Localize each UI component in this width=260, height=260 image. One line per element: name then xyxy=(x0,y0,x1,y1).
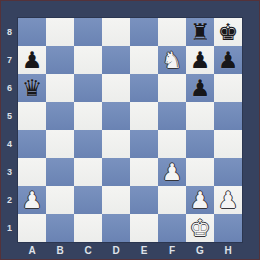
square-g2[interactable]: ♟ xyxy=(186,186,214,214)
square-f7[interactable]: ♞ xyxy=(158,46,186,74)
file-label-f: F xyxy=(158,242,186,260)
square-a7[interactable]: ♟ xyxy=(18,46,46,74)
piece-black-pawn-g7[interactable]: ♟ xyxy=(186,46,214,74)
piece-white-pawn-f3[interactable]: ♟ xyxy=(158,158,186,186)
square-a2[interactable]: ♟ xyxy=(18,186,46,214)
square-c7[interactable] xyxy=(74,46,102,74)
rank-label-8: 8 xyxy=(1,18,18,46)
square-g8[interactable]: ♜ xyxy=(186,18,214,46)
square-c2[interactable] xyxy=(74,186,102,214)
file-label-e: E xyxy=(130,242,158,260)
square-b7[interactable] xyxy=(46,46,74,74)
square-c4[interactable] xyxy=(74,130,102,158)
square-b2[interactable] xyxy=(46,186,74,214)
square-b1[interactable] xyxy=(46,214,74,242)
rank-labels: 87654321 xyxy=(1,18,18,242)
square-b8[interactable] xyxy=(46,18,74,46)
square-e8[interactable] xyxy=(130,18,158,46)
square-e4[interactable] xyxy=(130,130,158,158)
square-d8[interactable] xyxy=(102,18,130,46)
square-h5[interactable] xyxy=(214,102,242,130)
file-label-h: H xyxy=(214,242,242,260)
square-d7[interactable] xyxy=(102,46,130,74)
square-b5[interactable] xyxy=(46,102,74,130)
square-h4[interactable] xyxy=(214,130,242,158)
square-c5[interactable] xyxy=(74,102,102,130)
square-g7[interactable]: ♟ xyxy=(186,46,214,74)
chess-board: ♜♚♟♞♟♟♛♟♟♟♟♟♚ xyxy=(18,18,242,242)
square-a3[interactable] xyxy=(18,158,46,186)
square-f6[interactable] xyxy=(158,74,186,102)
piece-black-king-h8[interactable]: ♚ xyxy=(214,18,242,46)
square-a8[interactable] xyxy=(18,18,46,46)
file-label-c: C xyxy=(74,242,102,260)
square-h7[interactable]: ♟ xyxy=(214,46,242,74)
square-b6[interactable] xyxy=(46,74,74,102)
piece-black-rook-g8[interactable]: ♜ xyxy=(186,18,214,46)
file-labels: ABCDEFGH xyxy=(18,242,242,260)
piece-white-pawn-h2[interactable]: ♟ xyxy=(214,186,242,214)
piece-white-pawn-a2[interactable]: ♟ xyxy=(18,186,46,214)
piece-black-pawn-a7[interactable]: ♟ xyxy=(18,46,46,74)
chess-board-frame: 87654321 ♜♚♟♞♟♟♛♟♟♟♟♟♚ ABCDEFGH xyxy=(0,0,260,260)
square-f8[interactable] xyxy=(158,18,186,46)
square-d5[interactable] xyxy=(102,102,130,130)
square-g6[interactable]: ♟ xyxy=(186,74,214,102)
rank-label-4: 4 xyxy=(1,130,18,158)
file-label-b: B xyxy=(46,242,74,260)
file-label-d: D xyxy=(102,242,130,260)
file-label-a: A xyxy=(18,242,46,260)
square-d6[interactable] xyxy=(102,74,130,102)
square-d2[interactable] xyxy=(102,186,130,214)
square-f2[interactable] xyxy=(158,186,186,214)
square-e2[interactable] xyxy=(130,186,158,214)
square-g3[interactable] xyxy=(186,158,214,186)
rank-label-5: 5 xyxy=(1,102,18,130)
square-d3[interactable] xyxy=(102,158,130,186)
square-d1[interactable] xyxy=(102,214,130,242)
square-d4[interactable] xyxy=(102,130,130,158)
square-e1[interactable] xyxy=(130,214,158,242)
square-h6[interactable] xyxy=(214,74,242,102)
square-c6[interactable] xyxy=(74,74,102,102)
square-h8[interactable]: ♚ xyxy=(214,18,242,46)
square-b3[interactable] xyxy=(46,158,74,186)
square-a5[interactable] xyxy=(18,102,46,130)
square-h1[interactable] xyxy=(214,214,242,242)
file-label-g: G xyxy=(186,242,214,260)
piece-white-king-g1[interactable]: ♚ xyxy=(186,214,214,242)
square-h3[interactable] xyxy=(214,158,242,186)
rank-label-2: 2 xyxy=(1,186,18,214)
rank-label-3: 3 xyxy=(1,158,18,186)
piece-black-pawn-g6[interactable]: ♟ xyxy=(186,74,214,102)
square-c3[interactable] xyxy=(74,158,102,186)
square-f3[interactable]: ♟ xyxy=(158,158,186,186)
rank-label-7: 7 xyxy=(1,46,18,74)
square-e7[interactable] xyxy=(130,46,158,74)
square-b4[interactable] xyxy=(46,130,74,158)
rank-label-1: 1 xyxy=(1,214,18,242)
square-h2[interactable]: ♟ xyxy=(214,186,242,214)
square-a4[interactable] xyxy=(18,130,46,158)
square-c1[interactable] xyxy=(74,214,102,242)
piece-black-pawn-h7[interactable]: ♟ xyxy=(214,46,242,74)
rank-label-6: 6 xyxy=(1,74,18,102)
piece-white-pawn-g2[interactable]: ♟ xyxy=(186,186,214,214)
square-a1[interactable] xyxy=(18,214,46,242)
square-e3[interactable] xyxy=(130,158,158,186)
piece-black-queen-a6[interactable]: ♛ xyxy=(18,74,46,102)
square-f4[interactable] xyxy=(158,130,186,158)
square-f5[interactable] xyxy=(158,102,186,130)
square-e5[interactable] xyxy=(130,102,158,130)
square-e6[interactable] xyxy=(130,74,158,102)
square-f1[interactable] xyxy=(158,214,186,242)
square-g1[interactable]: ♚ xyxy=(186,214,214,242)
piece-white-knight-f7[interactable]: ♞ xyxy=(158,46,186,74)
square-g5[interactable] xyxy=(186,102,214,130)
square-c8[interactable] xyxy=(74,18,102,46)
square-g4[interactable] xyxy=(186,130,214,158)
square-a6[interactable]: ♛ xyxy=(18,74,46,102)
